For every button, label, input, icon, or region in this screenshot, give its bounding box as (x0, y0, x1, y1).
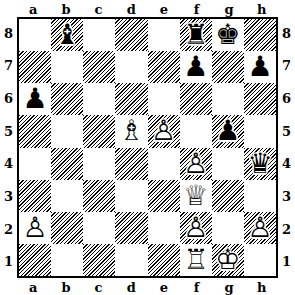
square-e1[interactable] (148, 244, 180, 276)
rank-label-1: 1 (0, 245, 17, 278)
square-a6[interactable]: ♟♟ (19, 83, 51, 115)
square-a2[interactable]: ♟♙ (19, 212, 51, 244)
square-h5[interactable] (244, 115, 276, 147)
rank-label-3: 3 (278, 180, 295, 213)
square-g7[interactable] (212, 51, 244, 83)
chess-diagram: abcdefgh 87654321 ♝♝♜♜♚♚♟♟♟♟♟♟♝♗♟♙♟♟♟♙♛♛… (0, 0, 295, 295)
square-g1[interactable]: ♚♔ (212, 244, 244, 276)
piece-white-rook[interactable]: ♜♖ (180, 244, 212, 276)
rank-label-8: 8 (0, 17, 17, 50)
file-label-d: d (115, 0, 148, 17)
square-f3[interactable]: ♛♕ (180, 180, 212, 212)
piece-black-pawn[interactable]: ♟♟ (19, 83, 51, 115)
rank-label-2: 2 (0, 213, 17, 246)
square-b5[interactable] (51, 115, 83, 147)
piece-glyph: ♔ (212, 244, 244, 276)
rank-label-6: 6 (278, 82, 295, 115)
piece-black-queen[interactable]: ♛♛ (244, 148, 276, 180)
square-d1[interactable] (115, 244, 147, 276)
file-label-f: f (180, 0, 213, 17)
square-e2[interactable] (148, 212, 180, 244)
square-h1[interactable] (244, 244, 276, 276)
square-e3[interactable] (148, 180, 180, 212)
file-label-c: c (82, 278, 115, 295)
file-label-d: d (115, 278, 148, 295)
rank-label-7: 7 (278, 50, 295, 83)
file-label-g: g (213, 278, 246, 295)
square-f4[interactable]: ♟♙ (180, 148, 212, 180)
square-h3[interactable] (244, 180, 276, 212)
piece-glyph: ♟ (212, 115, 244, 147)
rank-label-6: 6 (0, 82, 17, 115)
square-h2[interactable]: ♟♙ (244, 212, 276, 244)
piece-glyph: ♗ (115, 115, 147, 147)
square-g6[interactable] (212, 83, 244, 115)
piece-glyph: ♟ (244, 51, 276, 83)
piece-white-bishop[interactable]: ♝♗ (115, 115, 147, 147)
square-b2[interactable] (51, 212, 83, 244)
piece-glyph: ♛ (244, 148, 276, 180)
square-f7[interactable]: ♟♟ (180, 51, 212, 83)
file-label-h: h (245, 0, 278, 17)
file-label-a: a (17, 278, 50, 295)
square-f2[interactable]: ♟♙ (180, 212, 212, 244)
piece-glyph: ♙ (148, 115, 180, 147)
rank-labels-left: 87654321 (0, 17, 17, 278)
piece-white-pawn[interactable]: ♟♙ (180, 148, 212, 180)
square-h6[interactable] (244, 83, 276, 115)
square-b6[interactable] (51, 83, 83, 115)
square-b8[interactable]: ♝♝ (51, 19, 83, 51)
square-a4[interactable] (19, 148, 51, 180)
piece-glyph: ♙ (180, 212, 212, 244)
square-g2[interactable] (212, 212, 244, 244)
piece-white-pawn[interactable]: ♟♙ (19, 212, 51, 244)
square-e5[interactable]: ♟♙ (148, 115, 180, 147)
square-f1[interactable]: ♜♖ (180, 244, 212, 276)
file-label-e: e (148, 0, 181, 17)
square-c6[interactable] (83, 83, 115, 115)
piece-glyph: ♙ (19, 212, 51, 244)
piece-glyph: ♕ (180, 180, 212, 212)
rank-label-4: 4 (0, 148, 17, 181)
piece-glyph: ♙ (244, 212, 276, 244)
square-b4[interactable] (51, 148, 83, 180)
piece-glyph: ♟ (180, 51, 212, 83)
piece-glyph: ♟ (19, 83, 51, 115)
file-label-g: g (213, 0, 246, 17)
piece-black-king[interactable]: ♚♚ (212, 19, 244, 51)
rank-labels-right: 87654321 (278, 17, 295, 278)
square-d4[interactable] (115, 148, 147, 180)
square-c7[interactable] (83, 51, 115, 83)
square-g8[interactable]: ♚♚ (212, 19, 244, 51)
rank-label-5: 5 (278, 115, 295, 148)
square-g4[interactable] (212, 148, 244, 180)
piece-black-pawn[interactable]: ♟♟ (180, 51, 212, 83)
square-a8[interactable] (19, 19, 51, 51)
rank-label-8: 8 (278, 17, 295, 50)
square-c4[interactable] (83, 148, 115, 180)
file-label-a: a (17, 0, 50, 17)
file-label-c: c (82, 0, 115, 17)
piece-white-pawn[interactable]: ♟♙ (180, 212, 212, 244)
square-g3[interactable] (212, 180, 244, 212)
square-b3[interactable] (51, 180, 83, 212)
square-f6[interactable] (180, 83, 212, 115)
square-f5[interactable] (180, 115, 212, 147)
rank-label-2: 2 (278, 213, 295, 246)
rank-label-3: 3 (0, 180, 17, 213)
square-d5[interactable]: ♝♗ (115, 115, 147, 147)
piece-glyph: ♚ (212, 19, 244, 51)
square-c8[interactable] (83, 19, 115, 51)
piece-white-king[interactable]: ♚♔ (212, 244, 244, 276)
square-d8[interactable] (115, 19, 147, 51)
square-h8[interactable] (244, 19, 276, 51)
rank-label-5: 5 (0, 115, 17, 148)
square-d3[interactable] (115, 180, 147, 212)
square-a1[interactable] (19, 244, 51, 276)
file-label-h: h (245, 278, 278, 295)
square-d2[interactable] (115, 212, 147, 244)
file-label-b: b (50, 0, 83, 17)
square-c3[interactable] (83, 180, 115, 212)
square-e7[interactable] (148, 51, 180, 83)
piece-black-pawn[interactable]: ♟♟ (212, 115, 244, 147)
square-e6[interactable] (148, 83, 180, 115)
square-a7[interactable] (19, 51, 51, 83)
piece-glyph: ♙ (180, 148, 212, 180)
square-e4[interactable] (148, 148, 180, 180)
rank-label-7: 7 (0, 50, 17, 83)
square-a5[interactable] (19, 115, 51, 147)
square-a3[interactable] (19, 180, 51, 212)
piece-black-pawn[interactable]: ♟♟ (244, 51, 276, 83)
piece-glyph: ♖ (180, 244, 212, 276)
square-b1[interactable] (51, 244, 83, 276)
square-d7[interactable] (115, 51, 147, 83)
file-label-f: f (180, 278, 213, 295)
piece-black-bishop[interactable]: ♝♝ (51, 19, 83, 51)
rank-label-4: 4 (278, 148, 295, 181)
piece-white-pawn[interactable]: ♟♙ (244, 212, 276, 244)
file-label-b: b (50, 278, 83, 295)
square-h7[interactable]: ♟♟ (244, 51, 276, 83)
square-c2[interactable] (83, 212, 115, 244)
file-labels-bottom: abcdefgh (17, 278, 278, 295)
piece-white-queen[interactable]: ♛♕ (180, 180, 212, 212)
square-c5[interactable] (83, 115, 115, 147)
square-e8[interactable] (148, 19, 180, 51)
square-h4[interactable]: ♛♛ (244, 148, 276, 180)
square-f8[interactable]: ♜♜ (180, 19, 212, 51)
square-g5[interactable]: ♟♟ (212, 115, 244, 147)
file-labels-top: abcdefgh (17, 0, 278, 17)
square-c1[interactable] (83, 244, 115, 276)
piece-black-rook[interactable]: ♜♜ (180, 19, 212, 51)
file-label-e: e (148, 278, 181, 295)
piece-glyph: ♝ (51, 19, 83, 51)
square-d6[interactable] (115, 83, 147, 115)
rank-label-1: 1 (278, 245, 295, 278)
chess-board: ♝♝♜♜♚♚♟♟♟♟♟♟♝♗♟♙♟♟♟♙♛♛♛♕♟♙♟♙♟♙♜♖♚♔ (17, 17, 278, 278)
piece-white-pawn[interactable]: ♟♙ (148, 115, 180, 147)
piece-glyph: ♜ (180, 19, 212, 51)
square-b7[interactable] (51, 51, 83, 83)
